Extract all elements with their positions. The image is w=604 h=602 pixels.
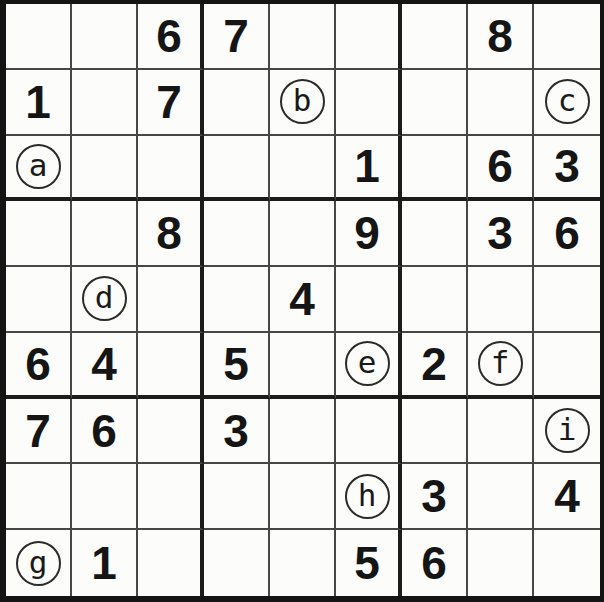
cell-r6c5[interactable] [270,333,336,399]
circled-letter-g: g [16,541,61,586]
given-digit-3: 3 [554,143,580,189]
cell-r4c6[interactable]: 9 [336,201,402,267]
given-digit-6: 6 [421,540,447,586]
cell-r5c4[interactable] [204,267,270,333]
given-digit-8: 8 [487,13,513,59]
given-digit-3: 3 [223,408,249,454]
given-digit-6: 6 [91,408,117,454]
cell-r7c7[interactable] [402,399,468,465]
cell-r1c5[interactable] [270,4,336,70]
cell-r5c7[interactable] [402,267,468,333]
given-digit-4: 4 [554,473,580,519]
given-digit-5: 5 [354,540,380,586]
cell-r1c1[interactable] [6,4,72,70]
cell-r2c2[interactable] [72,70,138,136]
cell-r7c2[interactable]: 6 [72,399,138,465]
circled-letter-e: e [345,341,390,386]
cell-r8c3[interactable] [138,464,204,530]
cell-r4c4[interactable] [204,201,270,267]
cell-r8c8[interactable] [468,464,534,530]
cell-r6c3[interactable] [138,333,204,399]
cell-r4c8[interactable]: 3 [468,201,534,267]
cell-r6c6[interactable]: e [336,333,402,399]
cell-r3c3[interactable] [138,136,204,202]
cell-r9c2[interactable]: 1 [72,530,138,596]
circled-letter-f: f [478,341,523,386]
cell-r2c5[interactable]: b [270,70,336,136]
given-digit-5: 5 [223,341,249,387]
cell-r7c6[interactable] [336,399,402,465]
given-digit-4: 4 [289,276,315,322]
cell-r2c8[interactable] [468,70,534,136]
cell-r8c1[interactable] [6,464,72,530]
circled-letter-a: a [16,144,61,189]
cell-r1c4[interactable]: 7 [204,4,270,70]
cell-r5c9[interactable] [534,267,600,333]
given-digit-1: 1 [25,79,51,125]
cell-r4c2[interactable] [72,201,138,267]
cell-r2c3[interactable]: 7 [138,70,204,136]
cell-r8c2[interactable] [72,464,138,530]
cell-r1c6[interactable] [336,4,402,70]
cell-r8c4[interactable] [204,464,270,530]
given-digit-7: 7 [223,13,249,59]
cell-r5c2[interactable]: d [72,267,138,333]
cell-r4c7[interactable] [402,201,468,267]
cell-r3c1[interactable]: a [6,136,72,202]
cell-r4c9[interactable]: 6 [534,201,600,267]
cell-r2c7[interactable] [402,70,468,136]
circled-letter-h: h [345,474,390,519]
cell-r7c1[interactable]: 7 [6,399,72,465]
cell-r5c3[interactable] [138,267,204,333]
given-digit-3: 3 [487,210,513,256]
cell-r9c7[interactable]: 6 [402,530,468,596]
cell-r6c9[interactable] [534,333,600,399]
cell-r8c6[interactable]: h [336,464,402,530]
cell-r6c1[interactable]: 6 [6,333,72,399]
cell-r9c9[interactable] [534,530,600,596]
cell-r1c3[interactable]: 6 [138,4,204,70]
cell-r3c6[interactable]: 1 [336,136,402,202]
cell-r3c4[interactable] [204,136,270,202]
cell-r5c1[interactable] [6,267,72,333]
cell-r2c1[interactable]: 1 [6,70,72,136]
cell-r9c3[interactable] [138,530,204,596]
circled-letter-b: b [280,79,325,124]
circled-letter-i: i [545,408,590,453]
cell-r2c9[interactable]: c [534,70,600,136]
cell-r7c3[interactable] [138,399,204,465]
cell-r4c3[interactable]: 8 [138,201,204,267]
given-digit-2: 2 [421,341,447,387]
given-digit-1: 1 [354,143,380,189]
cell-r2c6[interactable] [336,70,402,136]
given-digit-7: 7 [156,79,182,125]
cell-r3c2[interactable] [72,136,138,202]
circled-letter-d: d [82,276,127,321]
given-digit-3: 3 [421,473,447,519]
cell-r1c8[interactable]: 8 [468,4,534,70]
cell-r1c7[interactable] [402,4,468,70]
cell-r3c7[interactable] [402,136,468,202]
given-digit-9: 9 [354,210,380,256]
sudoku-board: 67817bca1638936d4645e2f763ih34g156 [0,0,604,602]
cell-r1c9[interactable] [534,4,600,70]
cell-r9c6[interactable]: 5 [336,530,402,596]
cell-r7c4[interactable]: 3 [204,399,270,465]
given-digit-6: 6 [554,210,580,256]
cell-r3c9[interactable]: 3 [534,136,600,202]
cell-r6c2[interactable]: 4 [72,333,138,399]
cell-r4c5[interactable] [270,201,336,267]
cell-r8c5[interactable] [270,464,336,530]
given-digit-6: 6 [156,13,182,59]
cell-r3c5[interactable] [270,136,336,202]
cell-r9c8[interactable] [468,530,534,596]
cell-r7c5[interactable] [270,399,336,465]
cell-r5c6[interactable] [336,267,402,333]
cell-r9c5[interactable] [270,530,336,596]
given-digit-6: 6 [25,341,51,387]
cell-r8c9[interactable]: 4 [534,464,600,530]
given-digit-8: 8 [156,210,182,256]
cell-r7c9[interactable]: i [534,399,600,465]
cell-r2c4[interactable] [204,70,270,136]
cell-r4c1[interactable] [6,201,72,267]
circled-letter-c: c [545,79,590,124]
cell-r5c5[interactable]: 4 [270,267,336,333]
given-digit-7: 7 [25,408,51,454]
cell-r3c8[interactable]: 6 [468,136,534,202]
cell-r1c2[interactable] [72,4,138,70]
given-digit-4: 4 [91,341,117,387]
cell-r6c8[interactable]: f [468,333,534,399]
cell-r9c4[interactable] [204,530,270,596]
given-digit-1: 1 [91,540,117,586]
given-digit-6: 6 [487,143,513,189]
cell-r6c4[interactable]: 5 [204,333,270,399]
cell-r5c8[interactable] [468,267,534,333]
cell-r6c7[interactable]: 2 [402,333,468,399]
cell-r7c8[interactable] [468,399,534,465]
cell-r9c1[interactable]: g [6,530,72,596]
cell-r8c7[interactable]: 3 [402,464,468,530]
